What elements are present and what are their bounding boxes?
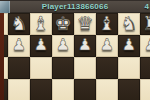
player-name: Player113866066 — [0, 2, 150, 11]
chess-app-window: Player113866066 4 ♜♞♝♚♛♝♞♜♟♟♟♟♟♟♟♟ — [0, 0, 150, 100]
square-d2[interactable]: ♟ — [74, 35, 96, 57]
square-e4[interactable] — [52, 79, 74, 100]
square-g1[interactable]: ♞ — [8, 13, 30, 35]
white-knight: ♞ — [10, 12, 27, 34]
square-b2[interactable]: ♟ — [118, 35, 140, 57]
white-pawn: ♟ — [34, 34, 48, 56]
white-bishop: ♝ — [98, 12, 115, 34]
white-king: ♚ — [54, 12, 71, 34]
white-pawn: ♟ — [12, 34, 26, 56]
square-g2[interactable]: ♟ — [8, 35, 30, 57]
white-rook: ♜ — [142, 12, 150, 34]
square-f3[interactable] — [30, 57, 52, 79]
square-f1[interactable]: ♝ — [30, 13, 52, 35]
square-b4[interactable] — [118, 79, 140, 100]
white-knight: ♞ — [120, 12, 137, 34]
white-pawn: ♟ — [56, 34, 70, 56]
square-c4[interactable] — [96, 79, 118, 100]
white-pawn: ♟ — [122, 34, 136, 56]
square-c1[interactable]: ♝ — [96, 13, 118, 35]
square-f4[interactable] — [30, 79, 52, 100]
square-d1[interactable]: ♛ — [74, 13, 96, 35]
square-a2[interactable]: ♟ — [140, 35, 150, 57]
board-left-bezel — [0, 13, 4, 100]
square-b3[interactable] — [118, 57, 140, 79]
white-pawn: ♟ — [100, 34, 114, 56]
square-a3[interactable] — [140, 57, 150, 79]
square-a4[interactable] — [140, 79, 150, 100]
square-e1[interactable]: ♚ — [52, 13, 74, 35]
square-a1[interactable]: ♜ — [140, 13, 150, 35]
square-g4[interactable] — [8, 79, 30, 100]
white-bishop: ♝ — [32, 12, 49, 34]
square-e3[interactable] — [52, 57, 74, 79]
square-c3[interactable] — [96, 57, 118, 79]
square-f2[interactable]: ♟ — [30, 35, 52, 57]
player-clock-text: 4 — [145, 2, 149, 11]
square-d3[interactable] — [74, 57, 96, 79]
square-d4[interactable] — [74, 79, 96, 100]
white-pawn: ♟ — [144, 34, 150, 56]
square-g3[interactable] — [8, 57, 30, 79]
square-c2[interactable]: ♟ — [96, 35, 118, 57]
white-queen: ♛ — [76, 12, 93, 34]
square-e2[interactable]: ♟ — [52, 35, 74, 57]
chess-board[interactable]: ♜♞♝♚♛♝♞♜♟♟♟♟♟♟♟♟ — [0, 13, 150, 100]
white-pawn: ♟ — [78, 34, 92, 56]
square-b1[interactable]: ♞ — [118, 13, 140, 35]
